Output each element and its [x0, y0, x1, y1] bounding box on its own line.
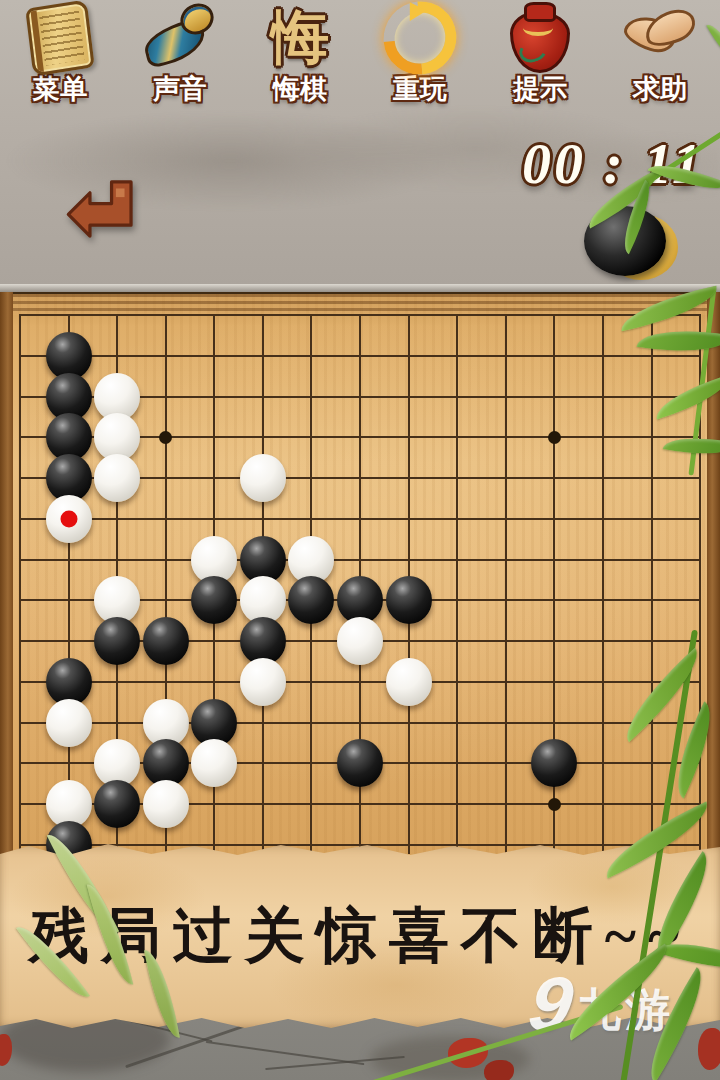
- stone-black: [531, 739, 577, 787]
- menu-label: 菜单: [33, 74, 87, 104]
- undo-label: 悔棋: [273, 74, 327, 104]
- stone-white: [46, 495, 92, 543]
- help-label: 求助: [633, 74, 687, 104]
- back-button[interactable]: [64, 168, 144, 250]
- sound-label: 声音: [153, 74, 207, 104]
- stone-white: [94, 454, 140, 502]
- stone-white: [46, 699, 92, 747]
- stone-white: [240, 454, 286, 502]
- stone-black: [288, 576, 334, 624]
- grid-line-v: [602, 314, 604, 854]
- stone-white: [143, 780, 189, 828]
- replay-label: 重玩: [393, 74, 447, 104]
- game-screen: 菜单 声音 悔 悔棋 重玩 提示: [0, 0, 720, 1080]
- timer: 00 : 11: [424, 130, 704, 197]
- stone-black: [337, 739, 383, 787]
- lucky-bag-icon: [510, 11, 570, 73]
- star-point: [548, 431, 561, 444]
- board-left-rail: [0, 292, 13, 860]
- stone-black: [386, 576, 432, 624]
- horn-icon: [144, 2, 216, 74]
- toolbar: 菜单 声音 悔 悔棋 重玩 提示: [0, 2, 720, 116]
- red-flower: [698, 1028, 720, 1070]
- hui-character-icon: 悔: [271, 6, 329, 70]
- scroll-icon: [25, 0, 95, 77]
- stone-black: [94, 617, 140, 665]
- grid-line-v: [456, 314, 458, 854]
- hint-label: 提示: [513, 74, 567, 104]
- stone-black: [143, 617, 189, 665]
- star-point: [548, 798, 561, 811]
- stone-white: [191, 739, 237, 787]
- return-arrow-icon: [64, 168, 144, 250]
- hint-button[interactable]: 提示: [480, 2, 600, 116]
- grid-line-v: [505, 314, 507, 854]
- help-button[interactable]: 求助: [600, 2, 720, 116]
- stone-white: [337, 617, 383, 665]
- stone-white: [240, 658, 286, 706]
- red-flower: [484, 1060, 514, 1080]
- menu-button[interactable]: 菜单: [0, 2, 120, 116]
- star-point: [159, 431, 172, 444]
- stone-black: [94, 780, 140, 828]
- red-flower: [0, 1034, 12, 1066]
- last-move-marker: [60, 510, 77, 527]
- goban[interactable]: [0, 292, 720, 860]
- handshake-icon: [624, 2, 696, 74]
- sound-button[interactable]: 声音: [120, 2, 240, 116]
- stone-white: [386, 658, 432, 706]
- undo-button[interactable]: 悔 悔棋: [240, 2, 360, 116]
- header: 菜单 声音 悔 悔棋 重玩 提示: [0, 0, 720, 286]
- grid-line-v: [651, 314, 653, 854]
- grid-line-v: [19, 314, 21, 854]
- replay-button[interactable]: 重玩: [360, 2, 480, 116]
- stone-black: [191, 576, 237, 624]
- header-board-separator: [0, 284, 720, 292]
